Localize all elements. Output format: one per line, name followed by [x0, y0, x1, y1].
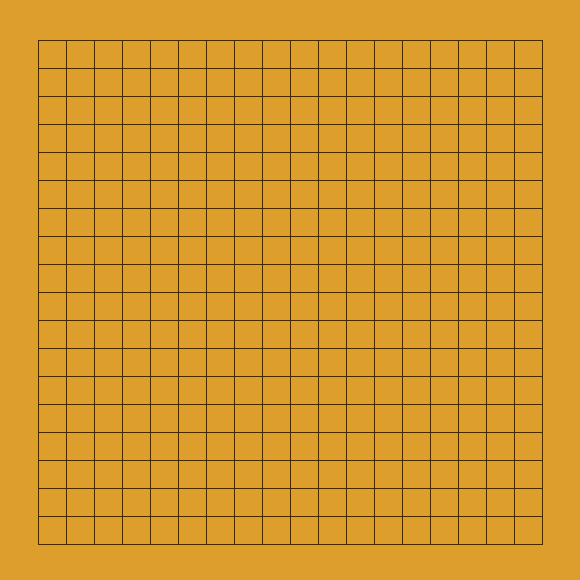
board-intersections[interactable] — [24, 26, 556, 558]
go-board-app — [0, 0, 580, 580]
